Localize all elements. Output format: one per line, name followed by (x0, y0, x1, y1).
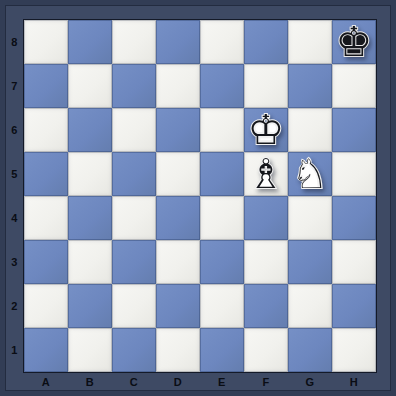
square-d2[interactable] (156, 284, 200, 328)
file-label-c: C (112, 372, 156, 391)
square-h8[interactable]: ♚♚ (332, 20, 376, 64)
white-king-glyph-outline: ♔ (244, 108, 288, 152)
square-d1[interactable] (156, 328, 200, 372)
file-label-a: A (24, 372, 68, 391)
square-g6[interactable] (288, 108, 332, 152)
square-c2[interactable] (112, 284, 156, 328)
square-d8[interactable] (156, 20, 200, 64)
file-label-b: B (68, 372, 112, 391)
square-e6[interactable] (200, 108, 244, 152)
square-g1[interactable] (288, 328, 332, 372)
square-a3[interactable] (24, 240, 68, 284)
square-g8[interactable] (288, 20, 332, 64)
square-d3[interactable] (156, 240, 200, 284)
square-g2[interactable] (288, 284, 332, 328)
square-b3[interactable] (68, 240, 112, 284)
square-h6[interactable] (332, 108, 376, 152)
white-bishop-glyph-outline: ♗ (244, 152, 288, 196)
square-f4[interactable] (244, 196, 288, 240)
square-c8[interactable] (112, 20, 156, 64)
square-c6[interactable] (112, 108, 156, 152)
square-a1[interactable] (24, 328, 68, 372)
square-b8[interactable] (68, 20, 112, 64)
file-label-d: D (156, 372, 200, 391)
square-c1[interactable] (112, 328, 156, 372)
square-g4[interactable] (288, 196, 332, 240)
square-h2[interactable] (332, 284, 376, 328)
square-f3[interactable] (244, 240, 288, 284)
rank-label-6: 6 (5, 108, 24, 152)
square-d4[interactable] (156, 196, 200, 240)
square-e7[interactable] (200, 64, 244, 108)
black-king-glyph-outline: ♚ (332, 20, 376, 64)
square-h5[interactable] (332, 152, 376, 196)
square-a8[interactable] (24, 20, 68, 64)
white-knight-piece[interactable]: ♞♘ (288, 152, 332, 196)
square-d6[interactable] (156, 108, 200, 152)
square-e3[interactable] (200, 240, 244, 284)
file-label-g: G (288, 372, 332, 391)
square-d5[interactable] (156, 152, 200, 196)
rank-label-1: 1 (5, 328, 24, 372)
square-a2[interactable] (24, 284, 68, 328)
square-b6[interactable] (68, 108, 112, 152)
square-f5[interactable]: ♝♗ (244, 152, 288, 196)
square-d7[interactable] (156, 64, 200, 108)
square-f6[interactable]: ♚♔ (244, 108, 288, 152)
white-knight-glyph-outline: ♘ (288, 152, 332, 196)
square-g7[interactable] (288, 64, 332, 108)
square-a7[interactable] (24, 64, 68, 108)
square-b1[interactable] (68, 328, 112, 372)
square-b2[interactable] (68, 284, 112, 328)
square-e1[interactable] (200, 328, 244, 372)
rank-label-8: 8 (5, 20, 24, 64)
black-king-piece[interactable]: ♚♚ (332, 20, 376, 64)
square-a5[interactable] (24, 152, 68, 196)
file-labels: ABCDEFGH (24, 372, 376, 391)
rank-label-3: 3 (5, 240, 24, 284)
square-c5[interactable] (112, 152, 156, 196)
square-f7[interactable] (244, 64, 288, 108)
white-king-piece[interactable]: ♚♔ (244, 108, 288, 152)
square-c3[interactable] (112, 240, 156, 284)
square-e8[interactable] (200, 20, 244, 64)
square-e4[interactable] (200, 196, 244, 240)
rank-labels: 87654321 (5, 20, 24, 372)
square-f2[interactable] (244, 284, 288, 328)
file-label-f: F (244, 372, 288, 391)
chess-board: ♚♚♚♔♝♗♞♘ (24, 20, 376, 372)
square-a4[interactable] (24, 196, 68, 240)
file-label-e: E (200, 372, 244, 391)
square-a6[interactable] (24, 108, 68, 152)
square-f1[interactable] (244, 328, 288, 372)
white-bishop-piece[interactable]: ♝♗ (244, 152, 288, 196)
square-b7[interactable] (68, 64, 112, 108)
square-h3[interactable] (332, 240, 376, 284)
square-h4[interactable] (332, 196, 376, 240)
square-h7[interactable] (332, 64, 376, 108)
square-g3[interactable] (288, 240, 332, 284)
square-f8[interactable] (244, 20, 288, 64)
square-g5[interactable]: ♞♘ (288, 152, 332, 196)
square-c7[interactable] (112, 64, 156, 108)
rank-label-2: 2 (5, 284, 24, 328)
file-label-h: H (332, 372, 376, 391)
square-c4[interactable] (112, 196, 156, 240)
square-e2[interactable] (200, 284, 244, 328)
rank-label-5: 5 (5, 152, 24, 196)
rank-label-7: 7 (5, 64, 24, 108)
square-b4[interactable] (68, 196, 112, 240)
square-h1[interactable] (332, 328, 376, 372)
rank-label-4: 4 (5, 196, 24, 240)
chess-diagram: 87654321 ABCDEFGH ♚♚♚♔♝♗♞♘ (0, 0, 396, 396)
square-b5[interactable] (68, 152, 112, 196)
square-e5[interactable] (200, 152, 244, 196)
